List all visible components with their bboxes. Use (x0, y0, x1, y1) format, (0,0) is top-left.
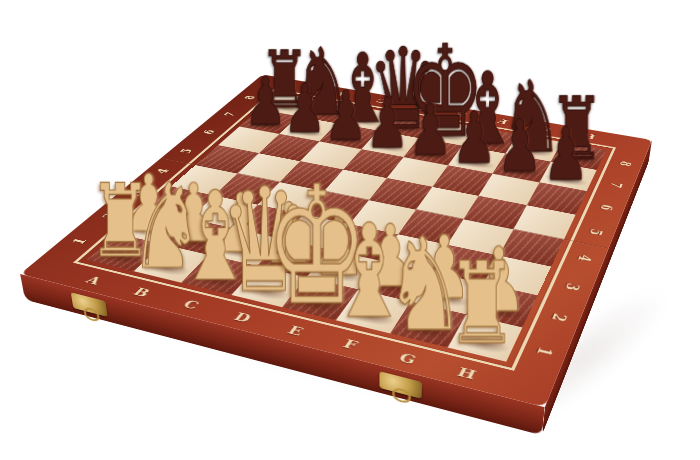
rank-label-6: 6 (578, 195, 635, 220)
square-h1: ♜ (447, 314, 522, 362)
chess-set-photo: ABCDEFGH ABCDEFGH 87654321 87654321 ♜♞♝♛… (0, 0, 700, 460)
rank-label-8: 8 (599, 153, 652, 175)
rank-label-7: 7 (589, 173, 644, 196)
square-h6 (526, 182, 586, 214)
brass-clasp-icon (71, 292, 108, 317)
chess-board: ABCDEFGH ABCDEFGH 87654321 87654321 ♜♞♝♛… (20, 75, 652, 408)
